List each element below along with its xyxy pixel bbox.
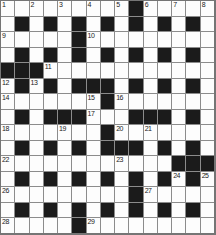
clue-number: 13 bbox=[31, 79, 38, 87]
white-cell[interactable]: 6 bbox=[144, 1, 157, 16]
black-cell bbox=[101, 79, 114, 94]
black-cell bbox=[101, 94, 114, 109]
black-cell bbox=[72, 110, 85, 125]
black-cell bbox=[129, 1, 142, 16]
black-cell bbox=[30, 63, 43, 78]
clue-number: 25 bbox=[202, 172, 209, 180]
clue-number: 28 bbox=[2, 218, 9, 226]
white-cell[interactable]: 27 bbox=[144, 187, 157, 202]
black-cell bbox=[15, 79, 28, 94]
black-cell bbox=[72, 17, 85, 32]
white-cell[interactable] bbox=[158, 94, 171, 109]
white-cell[interactable] bbox=[72, 63, 85, 78]
white-cell[interactable] bbox=[129, 218, 142, 233]
white-cell[interactable] bbox=[158, 156, 171, 171]
white-cell[interactable] bbox=[58, 187, 71, 202]
white-cell[interactable] bbox=[115, 203, 128, 218]
white-cell[interactable]: 3 bbox=[58, 1, 71, 16]
white-cell[interactable] bbox=[129, 32, 142, 47]
crossword-puzzle: 1234567891011121314151617181920212223242… bbox=[0, 0, 216, 235]
white-cell[interactable] bbox=[15, 156, 28, 171]
white-cell[interactable] bbox=[144, 94, 157, 109]
white-cell[interactable] bbox=[15, 218, 28, 233]
white-cell[interactable]: 8 bbox=[201, 1, 214, 16]
black-cell bbox=[186, 110, 199, 125]
black-cell bbox=[15, 203, 28, 218]
clue-number: 11 bbox=[45, 63, 51, 71]
black-cell bbox=[44, 141, 57, 156]
white-cell[interactable]: 7 bbox=[172, 1, 185, 16]
white-cell[interactable] bbox=[72, 156, 85, 171]
white-cell[interactable]: 26 bbox=[1, 187, 14, 202]
white-cell[interactable] bbox=[15, 1, 28, 16]
black-cell bbox=[158, 203, 171, 218]
white-cell[interactable] bbox=[172, 79, 185, 94]
black-cell bbox=[158, 17, 171, 32]
white-cell[interactable] bbox=[115, 187, 128, 202]
white-cell[interactable] bbox=[30, 156, 43, 171]
black-cell bbox=[58, 110, 71, 125]
white-cell[interactable] bbox=[1, 48, 14, 63]
black-cell bbox=[186, 141, 199, 156]
clue-number: 6 bbox=[145, 1, 148, 9]
white-cell[interactable] bbox=[72, 1, 85, 16]
white-cell[interactable] bbox=[30, 187, 43, 202]
clue-number: 19 bbox=[59, 125, 66, 133]
white-cell[interactable] bbox=[1, 203, 14, 218]
white-cell[interactable]: 18 bbox=[1, 125, 14, 140]
white-cell[interactable] bbox=[172, 17, 185, 32]
white-cell[interactable] bbox=[1, 141, 14, 156]
white-cell[interactable] bbox=[129, 63, 142, 78]
white-cell[interactable] bbox=[30, 110, 43, 125]
white-cell[interactable] bbox=[144, 141, 157, 156]
white-cell[interactable] bbox=[101, 110, 114, 125]
white-cell[interactable]: 22 bbox=[1, 156, 14, 171]
clue-number: 12 bbox=[2, 79, 9, 87]
white-cell[interactable] bbox=[44, 187, 57, 202]
black-cell bbox=[158, 141, 171, 156]
white-cell[interactable] bbox=[172, 203, 185, 218]
white-cell[interactable] bbox=[44, 32, 57, 47]
black-cell bbox=[186, 48, 199, 63]
black-cell bbox=[72, 203, 85, 218]
black-cell bbox=[15, 110, 28, 125]
white-cell[interactable] bbox=[15, 94, 28, 109]
white-cell[interactable] bbox=[115, 172, 128, 187]
white-cell[interactable] bbox=[15, 187, 28, 202]
white-cell[interactable] bbox=[186, 218, 199, 233]
white-cell[interactable]: 11 bbox=[44, 63, 57, 78]
white-cell[interactable] bbox=[30, 17, 43, 32]
white-cell[interactable] bbox=[30, 218, 43, 233]
white-cell[interactable] bbox=[186, 94, 199, 109]
white-cell[interactable]: 15 bbox=[87, 94, 100, 109]
black-cell bbox=[186, 79, 199, 94]
clue-number: 2 bbox=[31, 1, 34, 9]
white-cell[interactable] bbox=[87, 17, 100, 32]
clue-number: 3 bbox=[59, 1, 62, 9]
clue-number: 17 bbox=[88, 110, 95, 118]
white-cell[interactable] bbox=[87, 48, 100, 63]
black-cell bbox=[101, 172, 114, 187]
clue-number: 5 bbox=[116, 1, 119, 9]
white-cell[interactable] bbox=[129, 156, 142, 171]
black-cell bbox=[129, 17, 142, 32]
white-cell[interactable] bbox=[87, 125, 100, 140]
white-cell[interactable] bbox=[44, 156, 57, 171]
white-cell[interactable]: 17 bbox=[87, 110, 100, 125]
white-cell[interactable] bbox=[115, 32, 128, 47]
black-cell bbox=[186, 156, 199, 171]
white-cell[interactable] bbox=[58, 48, 71, 63]
white-cell[interactable] bbox=[186, 125, 199, 140]
white-cell[interactable] bbox=[144, 79, 157, 94]
white-cell[interactable] bbox=[201, 17, 214, 32]
black-cell bbox=[158, 110, 171, 125]
white-cell[interactable] bbox=[144, 48, 157, 63]
black-cell bbox=[44, 172, 57, 187]
white-cell[interactable] bbox=[115, 17, 128, 32]
black-cell bbox=[101, 125, 114, 140]
white-cell[interactable] bbox=[129, 94, 142, 109]
white-cell[interactable] bbox=[115, 48, 128, 63]
white-cell[interactable] bbox=[201, 203, 214, 218]
white-cell[interactable] bbox=[201, 110, 214, 125]
white-cell[interactable]: 10 bbox=[87, 32, 100, 47]
white-cell[interactable]: 2 bbox=[30, 1, 43, 16]
black-cell bbox=[15, 172, 28, 187]
white-cell[interactable] bbox=[201, 141, 214, 156]
white-cell[interactable] bbox=[58, 172, 71, 187]
white-cell[interactable] bbox=[158, 32, 171, 47]
black-cell bbox=[129, 141, 142, 156]
white-cell[interactable] bbox=[87, 63, 100, 78]
black-cell bbox=[15, 17, 28, 32]
black-cell bbox=[1, 63, 14, 78]
clue-number: 24 bbox=[173, 172, 180, 180]
clue-number: 4 bbox=[88, 1, 91, 9]
black-cell bbox=[87, 79, 100, 94]
black-cell bbox=[201, 156, 214, 171]
black-cell bbox=[15, 48, 28, 63]
white-cell[interactable] bbox=[144, 32, 157, 47]
white-cell[interactable] bbox=[1, 172, 14, 187]
white-cell[interactable] bbox=[1, 17, 14, 32]
white-cell[interactable] bbox=[58, 17, 71, 32]
white-cell[interactable] bbox=[172, 32, 185, 47]
white-cell[interactable] bbox=[144, 63, 157, 78]
white-cell[interactable] bbox=[87, 187, 100, 202]
white-cell[interactable] bbox=[101, 1, 114, 16]
white-cell[interactable]: 13 bbox=[30, 79, 43, 94]
white-cell[interactable] bbox=[58, 203, 71, 218]
white-cell[interactable] bbox=[1, 110, 14, 125]
white-cell[interactable] bbox=[172, 63, 185, 78]
white-cell[interactable]: 5 bbox=[115, 1, 128, 16]
black-cell bbox=[44, 203, 57, 218]
white-cell[interactable] bbox=[30, 32, 43, 47]
clue-number: 18 bbox=[2, 125, 9, 133]
white-cell[interactable] bbox=[15, 125, 28, 140]
white-cell[interactable] bbox=[30, 48, 43, 63]
white-cell[interactable] bbox=[87, 141, 100, 156]
white-cell[interactable] bbox=[201, 94, 214, 109]
white-cell[interactable] bbox=[101, 187, 114, 202]
black-cell bbox=[72, 79, 85, 94]
white-cell[interactable] bbox=[87, 203, 100, 218]
white-cell[interactable]: 16 bbox=[115, 94, 128, 109]
white-cell[interactable]: 25 bbox=[201, 172, 214, 187]
clue-number: 21 bbox=[145, 125, 152, 133]
black-cell bbox=[72, 218, 85, 233]
black-cell bbox=[186, 203, 199, 218]
white-cell[interactable]: 9 bbox=[1, 32, 14, 47]
white-cell[interactable] bbox=[58, 79, 71, 94]
black-cell bbox=[129, 79, 142, 94]
white-cell[interactable] bbox=[201, 63, 214, 78]
black-cell bbox=[101, 141, 114, 156]
white-cell[interactable] bbox=[44, 125, 57, 140]
clue-number: 8 bbox=[202, 1, 205, 9]
clue-number: 29 bbox=[88, 218, 95, 226]
white-cell[interactable] bbox=[115, 110, 128, 125]
black-cell bbox=[72, 172, 85, 187]
black-cell bbox=[144, 110, 157, 125]
white-cell[interactable] bbox=[201, 125, 214, 140]
white-cell[interactable]: 19 bbox=[58, 125, 71, 140]
white-cell[interactable] bbox=[144, 203, 157, 218]
black-cell bbox=[44, 110, 57, 125]
black-cell bbox=[129, 48, 142, 63]
black-cell bbox=[15, 63, 28, 78]
white-cell[interactable] bbox=[158, 63, 171, 78]
white-cell[interactable] bbox=[186, 63, 199, 78]
white-cell[interactable] bbox=[58, 141, 71, 156]
clue-number: 22 bbox=[2, 156, 9, 164]
white-cell[interactable] bbox=[158, 125, 171, 140]
white-cell[interactable] bbox=[58, 218, 71, 233]
white-cell[interactable] bbox=[44, 1, 57, 16]
black-cell bbox=[129, 110, 142, 125]
white-cell[interactable]: 29 bbox=[87, 218, 100, 233]
white-cell[interactable] bbox=[158, 187, 171, 202]
white-cell[interactable]: 28 bbox=[1, 218, 14, 233]
white-cell[interactable] bbox=[58, 63, 71, 78]
white-cell[interactable] bbox=[101, 32, 114, 47]
black-cell bbox=[15, 141, 28, 156]
black-cell bbox=[129, 187, 142, 202]
white-cell[interactable] bbox=[72, 94, 85, 109]
white-cell[interactable] bbox=[186, 1, 199, 16]
white-cell[interactable] bbox=[15, 32, 28, 47]
white-cell[interactable] bbox=[72, 187, 85, 202]
white-cell[interactable] bbox=[172, 94, 185, 109]
white-cell[interactable] bbox=[158, 1, 171, 16]
white-cell[interactable]: 4 bbox=[87, 1, 100, 16]
white-cell[interactable] bbox=[201, 79, 214, 94]
white-cell[interactable] bbox=[201, 32, 214, 47]
clue-number: 16 bbox=[116, 94, 123, 102]
black-cell bbox=[44, 79, 57, 94]
white-cell[interactable] bbox=[115, 79, 128, 94]
crossword-grid: 1234567891011121314151617181920212223242… bbox=[0, 0, 216, 235]
white-cell[interactable]: 20 bbox=[115, 125, 128, 140]
white-cell[interactable] bbox=[101, 218, 114, 233]
white-cell[interactable] bbox=[115, 63, 128, 78]
white-cell[interactable] bbox=[144, 218, 157, 233]
white-cell[interactable] bbox=[144, 156, 157, 171]
white-cell[interactable] bbox=[87, 172, 100, 187]
white-cell[interactable]: 14 bbox=[1, 94, 14, 109]
white-cell[interactable] bbox=[30, 125, 43, 140]
black-cell bbox=[101, 48, 114, 63]
clue-number: 15 bbox=[88, 94, 95, 102]
white-cell[interactable] bbox=[144, 172, 157, 187]
clue-number: 14 bbox=[2, 94, 9, 102]
white-cell[interactable] bbox=[172, 125, 185, 140]
white-cell[interactable] bbox=[186, 32, 199, 47]
white-cell[interactable] bbox=[172, 141, 185, 156]
white-cell[interactable] bbox=[87, 156, 100, 171]
black-cell bbox=[101, 203, 114, 218]
white-cell[interactable] bbox=[30, 203, 43, 218]
white-cell[interactable]: 21 bbox=[144, 125, 157, 140]
white-cell[interactable] bbox=[101, 156, 114, 171]
white-cell[interactable] bbox=[58, 94, 71, 109]
black-cell bbox=[158, 172, 171, 187]
white-cell[interactable]: 12 bbox=[1, 79, 14, 94]
white-cell[interactable] bbox=[186, 187, 199, 202]
white-cell[interactable] bbox=[129, 125, 142, 140]
white-cell[interactable] bbox=[172, 218, 185, 233]
black-cell bbox=[129, 172, 142, 187]
black-cell bbox=[115, 141, 128, 156]
clue-number: 26 bbox=[2, 187, 9, 195]
white-cell[interactable] bbox=[30, 94, 43, 109]
white-cell[interactable] bbox=[158, 218, 171, 233]
black-cell bbox=[186, 172, 199, 187]
white-cell[interactable] bbox=[172, 48, 185, 63]
black-cell bbox=[101, 17, 114, 32]
black-cell bbox=[44, 48, 57, 63]
black-cell bbox=[186, 17, 199, 32]
white-cell[interactable] bbox=[144, 17, 157, 32]
white-cell[interactable] bbox=[44, 94, 57, 109]
black-cell bbox=[44, 17, 57, 32]
clue-number: 10 bbox=[88, 32, 95, 40]
white-cell[interactable] bbox=[72, 125, 85, 140]
white-cell[interactable]: 23 bbox=[115, 156, 128, 171]
white-cell[interactable]: 1 bbox=[1, 1, 14, 16]
black-cell bbox=[72, 32, 85, 47]
clue-number: 1 bbox=[2, 1, 5, 9]
black-cell bbox=[172, 156, 185, 171]
white-cell[interactable] bbox=[44, 218, 57, 233]
white-cell[interactable] bbox=[172, 187, 185, 202]
black-cell bbox=[129, 203, 142, 218]
white-cell[interactable] bbox=[201, 187, 214, 202]
clue-number: 27 bbox=[145, 187, 152, 195]
white-cell[interactable] bbox=[58, 156, 71, 171]
clue-number: 23 bbox=[116, 156, 123, 164]
black-cell bbox=[158, 79, 171, 94]
clue-number: 20 bbox=[116, 125, 123, 133]
clue-number: 7 bbox=[173, 1, 176, 9]
white-cell[interactable] bbox=[30, 172, 43, 187]
white-cell[interactable]: 24 bbox=[172, 172, 185, 187]
black-cell bbox=[158, 48, 171, 63]
black-cell bbox=[72, 141, 85, 156]
black-cell bbox=[72, 48, 85, 63]
clue-number: 9 bbox=[2, 32, 5, 40]
white-cell[interactable] bbox=[201, 218, 214, 233]
white-cell[interactable] bbox=[30, 141, 43, 156]
white-cell[interactable] bbox=[101, 63, 114, 78]
white-cell[interactable] bbox=[172, 110, 185, 125]
white-cell[interactable] bbox=[201, 48, 214, 63]
white-cell[interactable] bbox=[115, 218, 128, 233]
white-cell[interactable] bbox=[58, 32, 71, 47]
